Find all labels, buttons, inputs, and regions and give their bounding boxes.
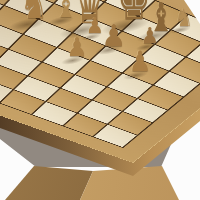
- piece-knight-g8: ♞: [175, 7, 193, 30]
- piece-pawn-f7: ♟: [129, 49, 152, 76]
- chess-table-photo: ♞♝♛♚♝♞♟♟♟♟♟: [0, 0, 200, 200]
- piece-pawn-g7: ♟: [141, 26, 159, 47]
- piece-knight-b8: ♞: [20, 0, 48, 24]
- piece-pawn-e7: ♟: [102, 22, 127, 51]
- pieces-layer: ♞♝♛♚♝♞♟♟♟♟♟: [0, 0, 200, 200]
